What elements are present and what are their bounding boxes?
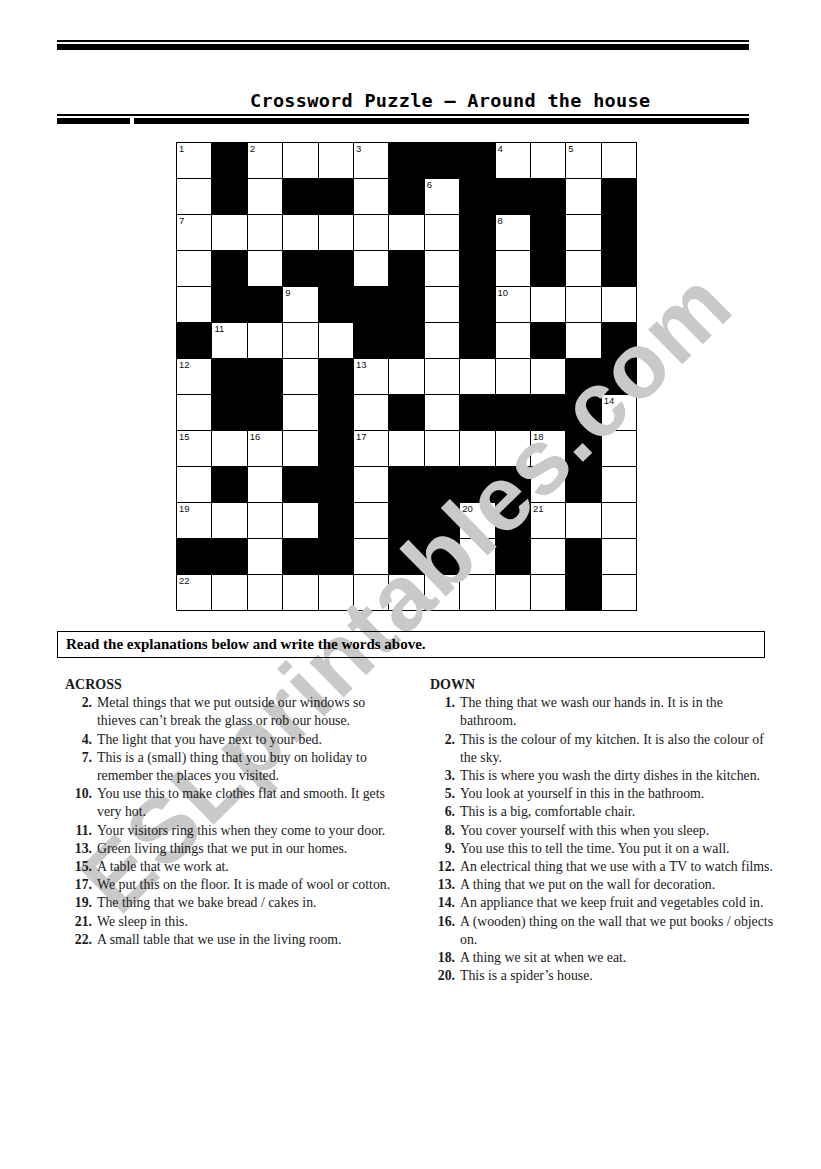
clue-text: The light that you have next to your bed… xyxy=(97,731,405,749)
block-cell xyxy=(319,179,353,214)
block-cell xyxy=(319,431,353,466)
block-cell xyxy=(212,395,246,430)
block-cell xyxy=(460,395,494,430)
clue-text: A small table that we use in the living … xyxy=(97,931,405,949)
grid-cell[interactable] xyxy=(354,575,388,610)
block-cell xyxy=(496,179,530,214)
grid-cell[interactable] xyxy=(177,251,211,286)
grid-cell[interactable] xyxy=(354,251,388,286)
grid-cell[interactable] xyxy=(283,215,317,250)
block-cell xyxy=(425,143,459,178)
clue-text: An appliance that we keep fruit and vege… xyxy=(460,894,775,912)
header-rule-top xyxy=(57,40,749,50)
grid-cell[interactable] xyxy=(283,359,317,394)
clue-item: 17.We put this on the floor. It is made … xyxy=(65,876,405,894)
clue-number: 16. xyxy=(430,913,455,931)
crossword-grid: 12345678910111213141516171819202122 xyxy=(176,142,637,611)
cell-clue-number: 5 xyxy=(568,144,573,154)
across-clues-section: ACROSS 2.Metal things that we put outsid… xyxy=(65,676,405,949)
grid-cell[interactable] xyxy=(531,143,565,178)
clue-item: 7.This is a (small) thing that you buy o… xyxy=(65,749,405,785)
grid-cell[interactable] xyxy=(425,395,459,430)
down-heading: DOWN xyxy=(430,676,775,694)
block-cell xyxy=(389,179,423,214)
grid-cell[interactable] xyxy=(602,575,636,610)
grid-cell[interactable] xyxy=(425,251,459,286)
clue-item: 2.This is the colour of my kitchen. It i… xyxy=(430,731,775,767)
cell-clue-number: 18 xyxy=(533,432,544,442)
grid-cell[interactable] xyxy=(248,215,282,250)
clue-text: You use this to make clothes flat and sm… xyxy=(97,785,405,821)
cell-clue-number: 15 xyxy=(179,432,190,442)
block-cell xyxy=(425,503,459,538)
block-cell xyxy=(212,287,246,322)
block-cell xyxy=(212,251,246,286)
grid-cell[interactable]: 14 xyxy=(602,395,636,430)
block-cell xyxy=(531,323,565,358)
grid-cell[interactable] xyxy=(212,575,246,610)
clue-item: 18.A thing we sit at when we eat. xyxy=(430,949,775,967)
grid-cell[interactable]: 7 xyxy=(177,215,211,250)
clue-number: 2. xyxy=(430,731,455,749)
rule-thick-bar xyxy=(57,44,749,51)
clue-text: You cover yourself with this when you sl… xyxy=(460,822,775,840)
grid-cell[interactable] xyxy=(283,575,317,610)
clue-number: 15. xyxy=(65,858,92,876)
grid-cell[interactable]: 18 xyxy=(531,431,565,466)
grid-cell[interactable] xyxy=(531,539,565,574)
block-cell xyxy=(319,395,353,430)
grid-cell[interactable] xyxy=(248,467,282,502)
header-rule-title xyxy=(57,114,749,124)
block-cell xyxy=(389,395,423,430)
clue-item: 1.The thing that we wash our hands in. I… xyxy=(430,694,775,730)
grid-cell[interactable] xyxy=(602,143,636,178)
block-cell xyxy=(389,323,423,358)
grid-cell[interactable] xyxy=(496,431,530,466)
grid-cell[interactable] xyxy=(248,539,282,574)
grid-cell[interactable]: 11 xyxy=(212,323,246,358)
clue-text: This is where you wash the dirty dishes … xyxy=(460,767,775,785)
grid-cell[interactable] xyxy=(354,503,388,538)
clue-text: This is a (small) thing that you buy on … xyxy=(97,749,405,785)
clue-item: 8.You cover yourself with this when you … xyxy=(430,822,775,840)
block-cell xyxy=(460,323,494,358)
grid-cell[interactable] xyxy=(531,359,565,394)
grid-cell[interactable] xyxy=(389,359,423,394)
block-cell xyxy=(354,323,388,358)
cell-clue-number: 16 xyxy=(250,432,261,442)
grid-cell[interactable] xyxy=(389,575,423,610)
clue-item: 21.We sleep in this. xyxy=(65,913,405,931)
rule-segment-right xyxy=(134,118,749,125)
grid-cell[interactable] xyxy=(425,287,459,322)
grid-cell[interactable]: 15 xyxy=(177,431,211,466)
clue-item: 20.This is a spider’s house. xyxy=(430,967,775,985)
block-cell xyxy=(212,359,246,394)
cell-clue-number: 20 xyxy=(462,504,473,514)
clue-number: 12. xyxy=(430,858,455,876)
clue-item: 13.Green living things that we put in ou… xyxy=(65,840,405,858)
block-cell xyxy=(319,287,353,322)
down-clue-list: 1.The thing that we wash our hands in. I… xyxy=(430,694,775,985)
grid-cell[interactable]: 13 xyxy=(354,359,388,394)
grid-cell[interactable] xyxy=(354,215,388,250)
clue-number: 13. xyxy=(430,876,455,894)
page-title: Crossword Puzzle – Around the house xyxy=(250,90,650,111)
grid-cell[interactable] xyxy=(177,179,211,214)
grid-cell[interactable] xyxy=(531,575,565,610)
cell-clue-number: 3 xyxy=(356,144,361,154)
clue-text: Metal things that we put outside our win… xyxy=(97,694,405,730)
grid-cell[interactable] xyxy=(496,251,530,286)
instruction-box: Read the explanations below and write th… xyxy=(57,631,765,658)
grid-cell[interactable] xyxy=(319,575,353,610)
cell-clue-number: 21 xyxy=(533,504,544,514)
grid-cell[interactable] xyxy=(354,179,388,214)
block-cell xyxy=(496,539,530,574)
grid-cell[interactable] xyxy=(531,287,565,322)
clue-text: This is the colour of my kitchen. It is … xyxy=(460,731,775,767)
down-clues-section: DOWN 1.The thing that we wash our hands … xyxy=(430,676,775,985)
clue-text: This is a spider’s house. xyxy=(460,967,775,985)
clue-number: 4. xyxy=(65,731,92,749)
grid-cell[interactable] xyxy=(389,431,423,466)
grid-cell[interactable]: 6 xyxy=(425,179,459,214)
cell-clue-number: 14 xyxy=(604,396,615,406)
cell-clue-number: 13 xyxy=(356,360,367,370)
grid-cell[interactable]: 19 xyxy=(177,503,211,538)
cell-clue-number: 10 xyxy=(498,288,509,298)
block-cell xyxy=(531,179,565,214)
clue-number: 8. xyxy=(430,822,455,840)
cell-clue-number: 8 xyxy=(498,216,503,226)
grid-cell[interactable] xyxy=(460,575,494,610)
clue-number: 10. xyxy=(65,785,92,803)
grid-cell[interactable] xyxy=(460,359,494,394)
grid-cell[interactable] xyxy=(566,323,600,358)
block-cell xyxy=(496,467,530,502)
cell-clue-number: 11 xyxy=(214,324,224,334)
block-cell xyxy=(212,143,246,178)
grid-cell[interactable]: 3 xyxy=(354,143,388,178)
grid-cell[interactable] xyxy=(354,539,388,574)
block-cell xyxy=(389,143,423,178)
block-cell xyxy=(602,323,636,358)
clue-text: This is a big, comfortable chair. xyxy=(460,803,775,821)
clue-number: 19. xyxy=(65,894,92,912)
block-cell xyxy=(566,575,600,610)
grid-cell[interactable] xyxy=(602,539,636,574)
block-cell xyxy=(531,251,565,286)
grid-cell[interactable] xyxy=(248,575,282,610)
block-cell xyxy=(602,359,636,394)
block-cell xyxy=(389,539,423,574)
grid-cell[interactable]: 1 xyxy=(177,143,211,178)
grid-cell[interactable] xyxy=(602,431,636,466)
block-cell xyxy=(566,467,600,502)
block-cell xyxy=(319,539,353,574)
grid-cell[interactable] xyxy=(602,503,636,538)
across-clue-list: 2.Metal things that we put outside our w… xyxy=(65,694,405,949)
grid-cell[interactable]: 9 xyxy=(283,287,317,322)
grid-cell[interactable] xyxy=(283,323,317,358)
clue-item: 19.The thing that we bake bread / cakes … xyxy=(65,894,405,912)
block-cell xyxy=(177,323,211,358)
clue-item: 4.The light that you have next to your b… xyxy=(65,731,405,749)
clue-number: 2. xyxy=(65,694,92,712)
clue-number: 18. xyxy=(430,949,455,967)
grid-cell[interactable] xyxy=(248,323,282,358)
block-cell xyxy=(319,503,353,538)
clue-item: 13.A thing that we put on the wall for d… xyxy=(430,876,775,894)
block-cell xyxy=(566,359,600,394)
clue-text: Green living things that we put in our h… xyxy=(97,840,405,858)
grid-cell[interactable]: 10 xyxy=(496,287,530,322)
block-cell xyxy=(460,143,494,178)
clue-text: The thing that we bake bread / cakes in. xyxy=(97,894,405,912)
block-cell xyxy=(425,539,459,574)
clue-number: 14. xyxy=(430,894,455,912)
block-cell xyxy=(319,359,353,394)
block-cell xyxy=(566,539,600,574)
instruction-text: Read the explanations below and write th… xyxy=(58,632,764,657)
block-cell xyxy=(283,251,317,286)
block-cell xyxy=(283,179,317,214)
block-cell xyxy=(425,467,459,502)
grid-cell[interactable]: 16 xyxy=(248,431,282,466)
clue-number: 21. xyxy=(65,913,92,931)
clue-text: We sleep in this. xyxy=(97,913,405,931)
grid-cell[interactable] xyxy=(531,467,565,502)
block-cell xyxy=(602,179,636,214)
cell-clue-number: 4 xyxy=(498,144,503,154)
grid-cell[interactable]: 2 xyxy=(248,143,282,178)
grid-cell[interactable]: 5 xyxy=(566,143,600,178)
block-cell xyxy=(389,503,423,538)
clue-number: 20. xyxy=(430,967,455,985)
block-cell xyxy=(212,179,246,214)
clue-number: 11. xyxy=(65,822,92,840)
grid-cell[interactable] xyxy=(248,503,282,538)
clue-item: 14.An appliance that we keep fruit and v… xyxy=(430,894,775,912)
grid-cell[interactable] xyxy=(248,179,282,214)
clue-item: 3.This is where you wash the dirty dishe… xyxy=(430,767,775,785)
grid-cell[interactable] xyxy=(212,503,246,538)
clue-number: 6. xyxy=(430,803,455,821)
grid-cell[interactable]: 17 xyxy=(354,431,388,466)
block-cell xyxy=(212,467,246,502)
clue-text: Your visitors ring this when they come t… xyxy=(97,822,405,840)
block-cell xyxy=(248,287,282,322)
grid-cell[interactable]: 21 xyxy=(531,503,565,538)
worksheet-page: Crossword Puzzle – Around the house 1234… xyxy=(0,0,821,1169)
block-cell xyxy=(319,251,353,286)
cell-clue-number: 17 xyxy=(356,432,367,442)
block-cell xyxy=(177,539,211,574)
cell-clue-number: 6 xyxy=(427,180,432,190)
cell-clue-number: 2 xyxy=(250,144,255,154)
clue-number: 9. xyxy=(430,840,455,858)
clue-text: A table that we work at. xyxy=(97,858,405,876)
grid-cell[interactable]: 12 xyxy=(177,359,211,394)
grid-cell[interactable] xyxy=(496,575,530,610)
block-cell xyxy=(283,467,317,502)
clue-item: 9.You use this to tell the time. You put… xyxy=(430,840,775,858)
grid-cell[interactable] xyxy=(354,467,388,502)
block-cell xyxy=(531,395,565,430)
clue-text: You look at yourself in this in the bath… xyxy=(460,785,775,803)
clue-item: 10.You use this to make clothes flat and… xyxy=(65,785,405,821)
block-cell xyxy=(283,539,317,574)
clue-item: 2.Metal things that we put outside our w… xyxy=(65,694,405,730)
grid-cell[interactable] xyxy=(283,431,317,466)
cell-clue-number: 19 xyxy=(179,504,190,514)
clue-item: 16.A (wooden) thing on the wall that we … xyxy=(430,913,775,949)
block-cell xyxy=(460,287,494,322)
grid-cell[interactable] xyxy=(566,179,600,214)
block-cell xyxy=(460,467,494,502)
grid-cell[interactable] xyxy=(389,215,423,250)
block-cell xyxy=(602,251,636,286)
grid-cell[interactable] xyxy=(602,287,636,322)
clue-text: A thing that we put on the wall for deco… xyxy=(460,876,775,894)
grid-cell[interactable] xyxy=(177,467,211,502)
clue-item: 11.Your visitors ring this when they com… xyxy=(65,822,405,840)
grid-cell[interactable] xyxy=(283,143,317,178)
grid-cell[interactable] xyxy=(460,539,494,574)
block-cell xyxy=(602,215,636,250)
grid-cell[interactable] xyxy=(354,395,388,430)
grid-cell[interactable] xyxy=(425,431,459,466)
cell-clue-number: 12 xyxy=(179,360,190,370)
block-cell xyxy=(460,179,494,214)
clue-item: 6.This is a big, comfortable chair. xyxy=(430,803,775,821)
clue-number: 17. xyxy=(65,876,92,894)
cell-clue-number: 1 xyxy=(179,144,184,154)
grid-cell[interactable] xyxy=(425,359,459,394)
grid-cell[interactable] xyxy=(212,215,246,250)
grid-cell[interactable] xyxy=(283,395,317,430)
cell-clue-number: 22 xyxy=(179,576,190,586)
grid-cell[interactable] xyxy=(566,251,600,286)
clue-text: The thing that we wash our hands in. It … xyxy=(460,694,775,730)
cell-clue-number: 9 xyxy=(285,288,290,298)
rule-segment-left xyxy=(57,118,130,125)
block-cell xyxy=(566,395,600,430)
across-heading: ACROSS xyxy=(65,676,405,694)
clue-text: A (wooden) thing on the wall that we put… xyxy=(460,913,775,949)
clue-number: 3. xyxy=(430,767,455,785)
grid-cell[interactable] xyxy=(177,287,211,322)
clue-item: 22.A small table that we use in the livi… xyxy=(65,931,405,949)
grid-cell[interactable] xyxy=(566,287,600,322)
grid-cell[interactable] xyxy=(425,323,459,358)
block-cell xyxy=(212,539,246,574)
clue-number: 22. xyxy=(65,931,92,949)
rule-thick-bar-split xyxy=(57,118,749,125)
clue-number: 13. xyxy=(65,840,92,858)
grid-cell[interactable]: 8 xyxy=(496,215,530,250)
block-cell xyxy=(354,287,388,322)
block-cell xyxy=(389,287,423,322)
grid-cell[interactable] xyxy=(248,251,282,286)
block-cell xyxy=(496,503,530,538)
grid-cell[interactable]: 20 xyxy=(460,503,494,538)
grid-cell[interactable]: 22 xyxy=(177,575,211,610)
grid-cell[interactable] xyxy=(460,431,494,466)
grid-cell[interactable] xyxy=(212,431,246,466)
clue-number: 5. xyxy=(430,785,455,803)
block-cell xyxy=(248,359,282,394)
clue-item: 15.A table that we work at. xyxy=(65,858,405,876)
grid-cell[interactable] xyxy=(319,143,353,178)
grid-cell[interactable] xyxy=(319,323,353,358)
block-cell xyxy=(389,251,423,286)
grid-cell[interactable]: 4 xyxy=(496,143,530,178)
clue-text: A thing we sit at when we eat. xyxy=(460,949,775,967)
grid-cell[interactable] xyxy=(566,503,600,538)
grid-cell[interactable] xyxy=(425,215,459,250)
grid-cell[interactable] xyxy=(496,359,530,394)
grid-cell[interactable] xyxy=(496,323,530,358)
grid-cell[interactable] xyxy=(283,503,317,538)
clue-item: 5.You look at yourself in this in the ba… xyxy=(430,785,775,803)
clue-text: We put this on the floor. It is made of … xyxy=(97,876,405,894)
block-cell xyxy=(389,467,423,502)
grid-cell[interactable] xyxy=(566,215,600,250)
grid-cell[interactable] xyxy=(602,467,636,502)
grid-cell[interactable] xyxy=(177,395,211,430)
block-cell xyxy=(496,395,530,430)
clue-item: 12.An electrical thing that we use with … xyxy=(430,858,775,876)
block-cell xyxy=(319,467,353,502)
block-cell xyxy=(460,251,494,286)
clue-text: You use this to tell the time. You put i… xyxy=(460,840,775,858)
block-cell xyxy=(248,395,282,430)
grid-cell[interactable] xyxy=(425,575,459,610)
grid-cell[interactable] xyxy=(319,215,353,250)
block-cell xyxy=(531,215,565,250)
clue-number: 1. xyxy=(430,694,455,712)
block-cell xyxy=(460,215,494,250)
clue-text: An electrical thing that we use with a T… xyxy=(460,858,775,876)
block-cell xyxy=(566,431,600,466)
clue-number: 7. xyxy=(65,749,92,767)
cell-clue-number: 7 xyxy=(179,216,184,226)
